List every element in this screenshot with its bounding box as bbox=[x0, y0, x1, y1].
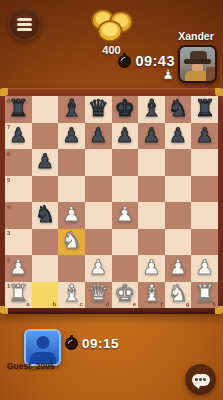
person-silhouette-icon bbox=[36, 336, 49, 349]
square-c4[interactable]: ♟ bbox=[58, 202, 85, 229]
square-f2[interactable]: ♟ bbox=[138, 255, 165, 282]
square-h3[interactable] bbox=[191, 229, 218, 256]
square-h4[interactable] bbox=[191, 202, 218, 229]
square-a3[interactable]: 3 bbox=[5, 229, 32, 256]
rank-label: 4 bbox=[7, 204, 10, 210]
square-e8[interactable]: ♚ bbox=[112, 96, 139, 123]
square-f5[interactable] bbox=[138, 176, 165, 203]
piece-black-pawn: ♟ bbox=[63, 125, 81, 145]
piece-white-pawn: ♟ bbox=[116, 204, 134, 224]
piece-white-pawn: ♟ bbox=[89, 257, 107, 277]
square-a2[interactable]: 2♟ bbox=[5, 255, 32, 282]
square-d4[interactable] bbox=[85, 202, 112, 229]
square-c1[interactable]: c♝ bbox=[58, 282, 85, 309]
chat-button[interactable] bbox=[185, 364, 216, 395]
square-e6[interactable] bbox=[112, 149, 139, 176]
opponent-name: Xander bbox=[175, 30, 217, 42]
square-h8[interactable]: ♜ bbox=[191, 96, 218, 123]
piece-black-knight: ♞ bbox=[35, 203, 56, 226]
square-a7[interactable]: 7♟ bbox=[5, 123, 32, 150]
square-f6[interactable] bbox=[138, 149, 165, 176]
piece-black-pawn: ♟ bbox=[196, 125, 214, 145]
square-e1[interactable]: e♚ bbox=[112, 282, 139, 309]
square-h7[interactable]: ♟ bbox=[191, 123, 218, 150]
piece-white-bishop: ♝ bbox=[61, 282, 82, 305]
piece-white-knight: ♞ bbox=[168, 282, 189, 305]
square-h6[interactable] bbox=[191, 149, 218, 176]
square-c8[interactable]: ♝ bbox=[58, 96, 85, 123]
coins-icon bbox=[88, 8, 136, 42]
opponent-captured-tray: ♟ bbox=[162, 68, 174, 83]
square-g7[interactable]: ♟ bbox=[165, 123, 192, 150]
square-c3[interactable]: ♞ bbox=[58, 229, 85, 256]
piece-black-pawn: ♟ bbox=[36, 151, 54, 171]
piece-black-bishop: ♝ bbox=[141, 97, 162, 120]
square-a8[interactable]: 8♜ bbox=[5, 96, 32, 123]
square-d3[interactable] bbox=[85, 229, 112, 256]
chess-board: 8♜♝♛♚♝♞♜7♟♟♟♟♟♟♟6♟54♞♟♟3♞2♟♟♟♟♟1a♜bc♝d♛e… bbox=[0, 88, 223, 314]
piece-white-pawn: ♟ bbox=[142, 257, 160, 277]
square-b4[interactable]: ♞ bbox=[32, 202, 59, 229]
captured-white-pawn-icon: ♟ bbox=[162, 68, 174, 83]
menu-button[interactable] bbox=[8, 8, 41, 41]
square-a1[interactable]: 1a♜ bbox=[5, 282, 32, 309]
piece-white-pawn: ♟ bbox=[9, 257, 27, 277]
square-g8[interactable]: ♞ bbox=[165, 96, 192, 123]
square-c2[interactable] bbox=[58, 255, 85, 282]
square-g2[interactable]: ♟ bbox=[165, 255, 192, 282]
square-g1[interactable]: g♞ bbox=[165, 282, 192, 309]
piece-white-rook: ♜ bbox=[194, 282, 215, 305]
square-b6[interactable]: ♟ bbox=[32, 149, 59, 176]
square-c7[interactable]: ♟ bbox=[58, 123, 85, 150]
square-d6[interactable] bbox=[85, 149, 112, 176]
square-f7[interactable]: ♟ bbox=[138, 123, 165, 150]
stopwatch-icon bbox=[118, 55, 131, 68]
square-b5[interactable] bbox=[32, 176, 59, 203]
file-label: b bbox=[53, 301, 57, 307]
piece-black-rook: ♜ bbox=[8, 97, 29, 120]
chess-board-grid: 8♜♝♛♚♝♞♜7♟♟♟♟♟♟♟6♟54♞♟♟3♞2♟♟♟♟♟1a♜bc♝d♛e… bbox=[5, 96, 218, 308]
rank-label: 3 bbox=[7, 230, 10, 236]
chat-bubble-icon bbox=[192, 374, 210, 386]
piece-white-knight: ♞ bbox=[61, 229, 82, 252]
square-c5[interactable] bbox=[58, 176, 85, 203]
square-d5[interactable] bbox=[85, 176, 112, 203]
opponent-avatar[interactable] bbox=[178, 45, 217, 83]
square-g3[interactable] bbox=[165, 229, 192, 256]
square-e3[interactable] bbox=[112, 229, 139, 256]
square-e2[interactable] bbox=[112, 255, 139, 282]
square-h2[interactable]: ♟ bbox=[191, 255, 218, 282]
piece-black-king: ♚ bbox=[115, 97, 136, 120]
piece-white-queen: ♛ bbox=[88, 282, 109, 305]
square-c6[interactable] bbox=[58, 149, 85, 176]
player-timer-value: 09:15 bbox=[82, 336, 119, 351]
board-corner-accent bbox=[215, 88, 223, 96]
square-a4[interactable]: 4 bbox=[5, 202, 32, 229]
coin-balance[interactable]: 400 bbox=[88, 8, 136, 56]
square-d7[interactable]: ♟ bbox=[85, 123, 112, 150]
stopwatch-icon bbox=[65, 337, 78, 350]
square-d1[interactable]: d♛ bbox=[85, 282, 112, 309]
piece-white-rook: ♜ bbox=[8, 282, 29, 305]
square-a5[interactable]: 5 bbox=[5, 176, 32, 203]
square-g5[interactable] bbox=[165, 176, 192, 203]
piece-white-king: ♚ bbox=[115, 282, 136, 305]
player-name: Guest_2095 bbox=[7, 361, 55, 371]
square-d2[interactable]: ♟ bbox=[85, 255, 112, 282]
square-g4[interactable] bbox=[165, 202, 192, 229]
piece-black-pawn: ♟ bbox=[142, 125, 160, 145]
piece-black-pawn: ♟ bbox=[9, 125, 27, 145]
rank-label: 5 bbox=[7, 177, 10, 183]
board-corner-accent bbox=[0, 88, 8, 96]
piece-white-pawn: ♟ bbox=[169, 257, 187, 277]
player-timer: 09:15 bbox=[65, 336, 119, 351]
square-b3[interactable] bbox=[32, 229, 59, 256]
square-f8[interactable]: ♝ bbox=[138, 96, 165, 123]
piece-black-queen: ♛ bbox=[88, 97, 109, 120]
square-h5[interactable] bbox=[191, 176, 218, 203]
square-f3[interactable] bbox=[138, 229, 165, 256]
square-f4[interactable] bbox=[138, 202, 165, 229]
piece-white-bishop: ♝ bbox=[141, 282, 162, 305]
piece-black-pawn: ♟ bbox=[116, 125, 134, 145]
square-b1[interactable]: b bbox=[32, 282, 59, 309]
square-h1[interactable]: h♜ bbox=[191, 282, 218, 309]
square-b8[interactable] bbox=[32, 96, 59, 123]
piece-white-pawn: ♟ bbox=[196, 257, 214, 277]
piece-black-pawn: ♟ bbox=[169, 125, 187, 145]
square-e5[interactable] bbox=[112, 176, 139, 203]
square-e4[interactable]: ♟ bbox=[112, 202, 139, 229]
piece-black-pawn: ♟ bbox=[89, 125, 107, 145]
square-e7[interactable]: ♟ bbox=[112, 123, 139, 150]
square-f1[interactable]: f♝ bbox=[138, 282, 165, 309]
square-b2[interactable] bbox=[32, 255, 59, 282]
square-a6[interactable]: 6 bbox=[5, 149, 32, 176]
rank-label: 6 bbox=[7, 151, 10, 157]
piece-black-rook: ♜ bbox=[194, 97, 215, 120]
piece-white-pawn: ♟ bbox=[63, 204, 81, 224]
piece-black-knight: ♞ bbox=[168, 97, 189, 120]
piece-black-bishop: ♝ bbox=[61, 97, 82, 120]
square-d8[interactable]: ♛ bbox=[85, 96, 112, 123]
square-g6[interactable] bbox=[165, 149, 192, 176]
app-screen: 400 Xander 09:43 ♟ 8♜♝♛♚♝♞♜7♟♟♟♟♟♟♟6♟54♞… bbox=[0, 0, 223, 400]
square-b7[interactable] bbox=[32, 123, 59, 150]
